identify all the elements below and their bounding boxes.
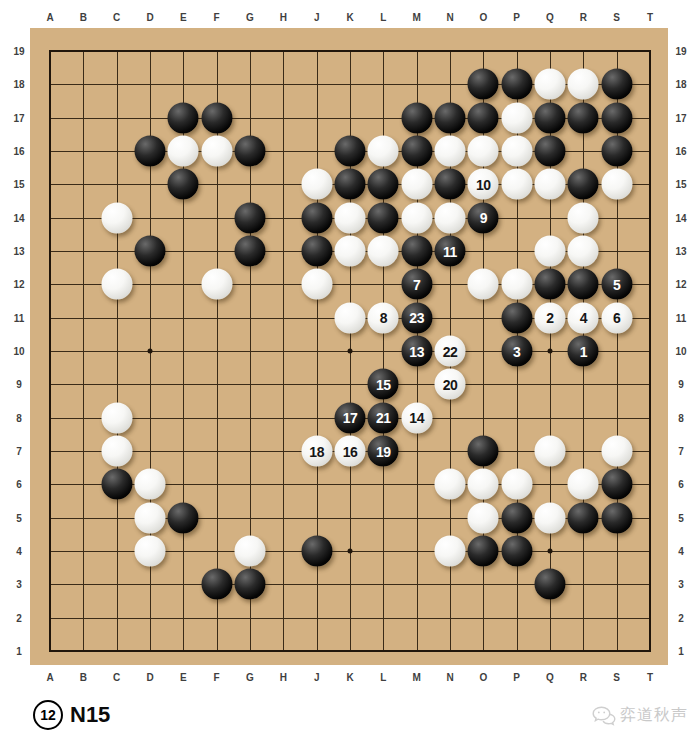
black-stone-L9: 15 bbox=[368, 369, 399, 400]
black-stone-Q3 bbox=[535, 569, 566, 600]
move-12-white-stone-marker: 12 bbox=[33, 700, 63, 730]
black-stone-O4 bbox=[468, 536, 499, 567]
black-stone-O17 bbox=[468, 102, 499, 133]
col-label-bottom-R: R bbox=[580, 672, 587, 683]
row-label-left-14: 14 bbox=[13, 212, 24, 223]
black-stone-K8: 17 bbox=[335, 402, 366, 433]
col-label-top-A: A bbox=[46, 12, 53, 23]
row-label-right-5: 5 bbox=[678, 512, 684, 523]
col-label-top-F: F bbox=[214, 12, 220, 23]
white-stone-N9: 20 bbox=[435, 369, 466, 400]
black-stone-D13 bbox=[135, 236, 166, 267]
black-stone-M11: 23 bbox=[401, 302, 432, 333]
black-stone-R17 bbox=[568, 102, 599, 133]
go-board: 10911758232461322311520172114181619 bbox=[30, 28, 668, 665]
col-label-bottom-C: C bbox=[113, 672, 120, 683]
col-label-top-J: J bbox=[314, 12, 320, 23]
black-stone-J4 bbox=[301, 536, 332, 567]
row-label-left-15: 15 bbox=[13, 179, 24, 190]
row-label-right-3: 3 bbox=[678, 579, 684, 590]
white-stone-L11: 8 bbox=[368, 302, 399, 333]
white-stone-M15 bbox=[401, 169, 432, 200]
row-label-left-5: 5 bbox=[16, 512, 22, 523]
star-point-Q10 bbox=[548, 349, 553, 354]
col-label-bottom-N: N bbox=[446, 672, 453, 683]
row-label-left-9: 9 bbox=[16, 379, 22, 390]
black-stone-O7 bbox=[468, 436, 499, 467]
black-stone-M10: 13 bbox=[401, 336, 432, 367]
col-label-bottom-K: K bbox=[346, 672, 353, 683]
row-label-right-13: 13 bbox=[675, 246, 686, 257]
black-stone-N17 bbox=[435, 102, 466, 133]
col-label-bottom-G: G bbox=[246, 672, 254, 683]
white-stone-G4 bbox=[235, 536, 266, 567]
star-point-D10 bbox=[148, 349, 153, 354]
black-stone-E17 bbox=[168, 102, 199, 133]
col-label-top-Q: Q bbox=[546, 12, 554, 23]
row-label-left-13: 13 bbox=[13, 246, 24, 257]
white-stone-M14 bbox=[401, 202, 432, 233]
col-label-top-M: M bbox=[412, 12, 420, 23]
row-label-left-7: 7 bbox=[16, 446, 22, 457]
row-label-left-17: 17 bbox=[13, 112, 24, 123]
col-label-top-G: G bbox=[246, 12, 254, 23]
col-label-bottom-F: F bbox=[214, 672, 220, 683]
white-stone-J7: 18 bbox=[301, 436, 332, 467]
white-stone-E16 bbox=[168, 136, 199, 167]
row-label-left-2: 2 bbox=[16, 612, 22, 623]
row-label-right-10: 10 bbox=[675, 346, 686, 357]
black-stone-J13 bbox=[301, 236, 332, 267]
white-stone-R14 bbox=[568, 202, 599, 233]
white-stone-Q18 bbox=[535, 69, 566, 100]
row-label-left-1: 1 bbox=[16, 646, 22, 657]
col-label-top-D: D bbox=[146, 12, 153, 23]
col-label-top-R: R bbox=[580, 12, 587, 23]
black-stone-N13: 11 bbox=[435, 236, 466, 267]
col-label-bottom-E: E bbox=[180, 672, 187, 683]
white-stone-P15 bbox=[501, 169, 532, 200]
col-label-top-B: B bbox=[80, 12, 87, 23]
black-stone-M12: 7 bbox=[401, 269, 432, 300]
white-stone-N6 bbox=[435, 469, 466, 500]
col-label-bottom-S: S bbox=[613, 672, 620, 683]
col-label-bottom-O: O bbox=[479, 672, 487, 683]
white-stone-Q13 bbox=[535, 236, 566, 267]
black-stone-K15 bbox=[335, 169, 366, 200]
black-stone-F17 bbox=[201, 102, 232, 133]
black-stone-E15 bbox=[168, 169, 199, 200]
chat-bubbles-icon bbox=[592, 706, 616, 726]
col-label-bottom-T: T bbox=[647, 672, 653, 683]
white-stone-N4 bbox=[435, 536, 466, 567]
row-label-right-18: 18 bbox=[675, 79, 686, 90]
white-stone-N16 bbox=[435, 136, 466, 167]
row-label-right-8: 8 bbox=[678, 412, 684, 423]
white-stone-P17 bbox=[501, 102, 532, 133]
black-stone-O14: 9 bbox=[468, 202, 499, 233]
watermark: 弈道秋声 bbox=[592, 705, 688, 726]
row-label-left-8: 8 bbox=[16, 412, 22, 423]
black-stone-P10: 3 bbox=[501, 336, 532, 367]
row-label-right-6: 6 bbox=[678, 479, 684, 490]
col-label-top-P: P bbox=[513, 12, 520, 23]
white-stone-N10: 22 bbox=[435, 336, 466, 367]
col-label-top-L: L bbox=[380, 12, 386, 23]
black-stone-R15 bbox=[568, 169, 599, 200]
black-stone-P5 bbox=[501, 502, 532, 533]
row-label-right-17: 17 bbox=[675, 112, 686, 123]
row-label-left-11: 11 bbox=[14, 312, 25, 323]
row-label-right-12: 12 bbox=[675, 279, 686, 290]
col-label-top-S: S bbox=[613, 12, 620, 23]
row-label-right-1: 1 bbox=[678, 646, 684, 657]
black-stone-M16 bbox=[401, 136, 432, 167]
white-stone-C14 bbox=[101, 202, 132, 233]
col-label-top-C: C bbox=[113, 12, 120, 23]
black-stone-R10: 1 bbox=[568, 336, 599, 367]
black-stone-K16 bbox=[335, 136, 366, 167]
white-stone-D4 bbox=[135, 536, 166, 567]
black-stone-Q17 bbox=[535, 102, 566, 133]
col-label-bottom-M: M bbox=[412, 672, 420, 683]
white-stone-C12 bbox=[101, 269, 132, 300]
col-label-top-O: O bbox=[479, 12, 487, 23]
white-stone-C7 bbox=[101, 436, 132, 467]
row-label-left-3: 3 bbox=[16, 579, 22, 590]
black-stone-Q12 bbox=[535, 269, 566, 300]
row-label-left-19: 19 bbox=[13, 46, 24, 57]
black-stone-P11 bbox=[501, 302, 532, 333]
star-point-Q4 bbox=[548, 549, 553, 554]
white-stone-R11: 4 bbox=[568, 302, 599, 333]
white-stone-L16 bbox=[368, 136, 399, 167]
col-label-bottom-B: B bbox=[80, 672, 87, 683]
white-stone-D6 bbox=[135, 469, 166, 500]
col-label-bottom-J: J bbox=[314, 672, 320, 683]
black-stone-G13 bbox=[235, 236, 266, 267]
black-stone-O18 bbox=[468, 69, 499, 100]
black-stone-J14 bbox=[301, 202, 332, 233]
black-stone-S17 bbox=[601, 102, 632, 133]
white-stone-O5 bbox=[468, 502, 499, 533]
black-stone-G16 bbox=[235, 136, 266, 167]
white-stone-S15 bbox=[601, 169, 632, 200]
white-stone-F16 bbox=[201, 136, 232, 167]
page: 10911758232461322311520172114181619 AABB… bbox=[0, 0, 700, 749]
col-label-top-H: H bbox=[280, 12, 287, 23]
row-label-right-4: 4 bbox=[678, 546, 684, 557]
col-label-bottom-P: P bbox=[513, 672, 520, 683]
white-stone-K14 bbox=[335, 202, 366, 233]
white-stone-S11: 6 bbox=[601, 302, 632, 333]
col-label-bottom-Q: Q bbox=[546, 672, 554, 683]
black-stone-S18 bbox=[601, 69, 632, 100]
black-stone-R12 bbox=[568, 269, 599, 300]
white-stone-D5 bbox=[135, 502, 166, 533]
row-label-left-12: 12 bbox=[13, 279, 24, 290]
star-point-K4 bbox=[348, 549, 353, 554]
white-stone-K11 bbox=[335, 302, 366, 333]
black-stone-N15 bbox=[435, 169, 466, 200]
white-stone-O16 bbox=[468, 136, 499, 167]
white-stone-O6 bbox=[468, 469, 499, 500]
black-stone-L7: 19 bbox=[368, 436, 399, 467]
white-stone-J15 bbox=[301, 169, 332, 200]
white-stone-Q15 bbox=[535, 169, 566, 200]
row-label-right-9: 9 bbox=[678, 379, 684, 390]
white-stone-O12 bbox=[468, 269, 499, 300]
row-label-right-14: 14 bbox=[675, 212, 686, 223]
row-label-left-10: 10 bbox=[13, 346, 24, 357]
star-point-K10 bbox=[348, 349, 353, 354]
row-label-left-18: 18 bbox=[13, 79, 24, 90]
black-stone-G14 bbox=[235, 202, 266, 233]
row-label-left-16: 16 bbox=[13, 146, 24, 157]
watermark-text: 弈道秋声 bbox=[620, 705, 688, 726]
black-stone-S12: 5 bbox=[601, 269, 632, 300]
white-stone-R13 bbox=[568, 236, 599, 267]
black-stone-F3 bbox=[201, 569, 232, 600]
black-stone-D16 bbox=[135, 136, 166, 167]
white-stone-O15: 10 bbox=[468, 169, 499, 200]
white-stone-K7: 16 bbox=[335, 436, 366, 467]
row-label-right-11: 11 bbox=[676, 312, 687, 323]
white-stone-R6 bbox=[568, 469, 599, 500]
white-stone-Q5 bbox=[535, 502, 566, 533]
row-label-left-6: 6 bbox=[16, 479, 22, 490]
black-stone-M17 bbox=[401, 102, 432, 133]
black-stone-R5 bbox=[568, 502, 599, 533]
row-label-left-4: 4 bbox=[16, 546, 22, 557]
black-stone-S16 bbox=[601, 136, 632, 167]
move-annotation: 12 N15 bbox=[33, 700, 110, 730]
col-label-bottom-L: L bbox=[380, 672, 386, 683]
white-stone-N14 bbox=[435, 202, 466, 233]
col-label-top-N: N bbox=[446, 12, 453, 23]
row-label-right-7: 7 bbox=[678, 446, 684, 457]
white-stone-P6 bbox=[501, 469, 532, 500]
white-stone-L13 bbox=[368, 236, 399, 267]
white-stone-M8: 14 bbox=[401, 402, 432, 433]
row-label-right-2: 2 bbox=[678, 612, 684, 623]
black-stone-S6 bbox=[601, 469, 632, 500]
white-stone-C8 bbox=[101, 402, 132, 433]
col-label-top-K: K bbox=[346, 12, 353, 23]
black-stone-M13 bbox=[401, 236, 432, 267]
white-stone-K13 bbox=[335, 236, 366, 267]
black-stone-P18 bbox=[501, 69, 532, 100]
row-label-right-16: 16 bbox=[675, 146, 686, 157]
black-stone-Q16 bbox=[535, 136, 566, 167]
row-label-right-15: 15 bbox=[675, 179, 686, 190]
col-label-top-T: T bbox=[647, 12, 653, 23]
black-stone-L15 bbox=[368, 169, 399, 200]
col-label-bottom-H: H bbox=[280, 672, 287, 683]
white-stone-P12 bbox=[501, 269, 532, 300]
white-stone-F12 bbox=[201, 269, 232, 300]
col-label-top-E: E bbox=[180, 12, 187, 23]
black-stone-C6 bbox=[101, 469, 132, 500]
black-stone-G3 bbox=[235, 569, 266, 600]
black-stone-L14 bbox=[368, 202, 399, 233]
col-label-bottom-D: D bbox=[146, 672, 153, 683]
white-stone-Q11: 2 bbox=[535, 302, 566, 333]
white-stone-S7 bbox=[601, 436, 632, 467]
black-stone-P4 bbox=[501, 536, 532, 567]
black-stone-L8: 21 bbox=[368, 402, 399, 433]
black-stone-E5 bbox=[168, 502, 199, 533]
move-12-location: N15 bbox=[70, 702, 110, 728]
white-stone-J12 bbox=[301, 269, 332, 300]
col-label-bottom-A: A bbox=[46, 672, 53, 683]
black-stone-S5 bbox=[601, 502, 632, 533]
white-stone-Q7 bbox=[535, 436, 566, 467]
white-stone-R18 bbox=[568, 69, 599, 100]
row-label-right-19: 19 bbox=[675, 46, 686, 57]
white-stone-P16 bbox=[501, 136, 532, 167]
